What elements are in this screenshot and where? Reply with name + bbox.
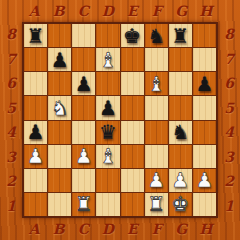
square-f2[interactable]: ♟	[145, 169, 168, 192]
rank-label-4: 4	[219, 120, 239, 145]
square-b2[interactable]	[48, 169, 71, 192]
square-f6[interactable]: ♝	[145, 72, 168, 95]
square-b6[interactable]	[48, 72, 71, 95]
square-e7[interactable]	[121, 48, 144, 71]
square-e1[interactable]	[121, 193, 144, 216]
file-label-g: G	[169, 1, 194, 21]
black-knight[interactable]: ♞	[147, 26, 165, 46]
square-h7[interactable]	[193, 48, 216, 71]
file-label-e: E	[120, 1, 145, 21]
file-label-b: B	[47, 219, 72, 239]
file-label-e: E	[120, 219, 145, 239]
square-c6[interactable]: ♟	[72, 72, 95, 95]
file-labels-top: ABCDEFGH	[22, 1, 218, 21]
square-d1[interactable]	[96, 193, 119, 216]
black-king[interactable]: ♚	[123, 26, 141, 46]
square-b1[interactable]	[48, 193, 71, 216]
square-g8[interactable]: ♜	[169, 24, 192, 47]
square-b4[interactable]	[48, 121, 71, 144]
file-label-c: C	[71, 219, 96, 239]
square-f1[interactable]: ♜	[145, 193, 168, 216]
file-label-f: F	[145, 219, 170, 239]
rank-label-3: 3	[1, 145, 21, 170]
black-queen[interactable]: ♛	[99, 122, 117, 142]
square-f7[interactable]	[145, 48, 168, 71]
square-h3[interactable]	[193, 145, 216, 168]
white-bishop[interactable]: ♝	[99, 146, 117, 166]
rank-labels-left: 87654321	[1, 22, 21, 218]
square-e6[interactable]	[121, 72, 144, 95]
square-c1[interactable]: ♜	[72, 193, 95, 216]
square-e5[interactable]	[121, 96, 144, 119]
square-d8[interactable]	[96, 24, 119, 47]
rank-label-5: 5	[219, 96, 239, 121]
file-label-d: D	[96, 1, 121, 21]
square-c4[interactable]	[72, 121, 95, 144]
rank-label-6: 6	[1, 71, 21, 96]
square-g3[interactable]	[169, 145, 192, 168]
square-h5[interactable]	[193, 96, 216, 119]
black-pawn[interactable]: ♟	[27, 122, 45, 142]
square-d3[interactable]: ♝	[96, 145, 119, 168]
square-g6[interactable]	[169, 72, 192, 95]
black-pawn[interactable]: ♟	[195, 74, 213, 94]
black-knight[interactable]: ♞	[171, 122, 189, 142]
square-f5[interactable]	[145, 96, 168, 119]
square-d4[interactable]: ♛	[96, 121, 119, 144]
rank-label-5: 5	[1, 96, 21, 121]
square-c3[interactable]: ♟	[72, 145, 95, 168]
square-f8[interactable]: ♞	[145, 24, 168, 47]
rank-label-8: 8	[1, 22, 21, 47]
white-pawn[interactable]: ♟	[171, 170, 189, 190]
black-rook[interactable]: ♜	[27, 26, 45, 46]
square-e2[interactable]	[121, 169, 144, 192]
square-a7[interactable]	[24, 48, 47, 71]
square-g7[interactable]	[169, 48, 192, 71]
square-g2[interactable]: ♟	[169, 169, 192, 192]
file-label-a: A	[22, 219, 47, 239]
square-b3[interactable]	[48, 145, 71, 168]
white-rook[interactable]: ♜	[147, 194, 165, 214]
square-g4[interactable]: ♞	[169, 121, 192, 144]
rank-label-3: 3	[219, 145, 239, 170]
square-h6[interactable]: ♟	[193, 72, 216, 95]
rank-label-4: 4	[1, 120, 21, 145]
chess-board-frame: ABCDEFGH 87654321 ♜♚♞♜♟♝♟♝♟♞♟♟♛♞♟♟♝♟♟♟♜♜…	[0, 0, 240, 240]
rank-label-8: 8	[219, 22, 239, 47]
black-pawn[interactable]: ♟	[75, 74, 93, 94]
square-a2[interactable]	[24, 169, 47, 192]
square-d5[interactable]: ♟	[96, 96, 119, 119]
rank-labels-right: 87654321	[219, 22, 239, 218]
square-b8[interactable]	[48, 24, 71, 47]
rank-label-1: 1	[1, 194, 21, 219]
square-g5[interactable]	[169, 96, 192, 119]
white-knight[interactable]: ♞	[51, 98, 69, 118]
square-h4[interactable]	[193, 121, 216, 144]
square-a1[interactable]	[24, 193, 47, 216]
file-label-a: A	[22, 1, 47, 21]
white-pawn[interactable]: ♟	[195, 170, 213, 190]
chess-board: ♜♚♞♜♟♝♟♝♟♞♟♟♛♞♟♟♝♟♟♟♜♜♚	[22, 22, 218, 218]
white-bishop[interactable]: ♝	[99, 50, 117, 70]
rank-label-7: 7	[1, 47, 21, 72]
square-f4[interactable]	[145, 121, 168, 144]
file-label-h: H	[194, 1, 219, 21]
square-c8[interactable]	[72, 24, 95, 47]
square-b5[interactable]: ♞	[48, 96, 71, 119]
square-a6[interactable]	[24, 72, 47, 95]
square-h8[interactable]	[193, 24, 216, 47]
square-b7[interactable]: ♟	[48, 48, 71, 71]
square-c2[interactable]	[72, 169, 95, 192]
file-label-d: D	[96, 219, 121, 239]
square-a8[interactable]: ♜	[24, 24, 47, 47]
black-rook[interactable]: ♜	[171, 26, 189, 46]
square-a4[interactable]: ♟	[24, 121, 47, 144]
black-pawn[interactable]: ♟	[99, 98, 117, 118]
square-h2[interactable]: ♟	[193, 169, 216, 192]
file-label-g: G	[169, 219, 194, 239]
square-e8[interactable]: ♚	[121, 24, 144, 47]
file-label-c: C	[71, 1, 96, 21]
rank-label-6: 6	[219, 71, 239, 96]
white-bishop[interactable]: ♝	[147, 74, 165, 94]
square-a5[interactable]	[24, 96, 47, 119]
white-pawn[interactable]: ♟	[147, 170, 165, 190]
square-a3[interactable]: ♟	[24, 145, 47, 168]
rank-label-2: 2	[1, 169, 21, 194]
file-label-h: H	[194, 219, 219, 239]
square-d6[interactable]	[96, 72, 119, 95]
square-h1[interactable]	[193, 193, 216, 216]
square-c5[interactable]	[72, 96, 95, 119]
square-g1[interactable]: ♚	[169, 193, 192, 216]
rank-label-2: 2	[219, 169, 239, 194]
file-labels-bottom: ABCDEFGH	[22, 219, 218, 239]
square-f3[interactable]	[145, 145, 168, 168]
file-label-f: F	[145, 1, 170, 21]
square-e3[interactable]	[121, 145, 144, 168]
white-king[interactable]: ♚	[171, 194, 189, 214]
square-c7[interactable]	[72, 48, 95, 71]
white-pawn[interactable]: ♟	[75, 146, 93, 166]
rank-label-1: 1	[219, 194, 239, 219]
square-d2[interactable]	[96, 169, 119, 192]
white-rook[interactable]: ♜	[75, 194, 93, 214]
black-pawn[interactable]: ♟	[51, 50, 69, 70]
file-label-b: B	[47, 1, 72, 21]
square-e4[interactable]	[121, 121, 144, 144]
white-pawn[interactable]: ♟	[27, 146, 45, 166]
rank-label-7: 7	[219, 47, 239, 72]
square-d7[interactable]: ♝	[96, 48, 119, 71]
